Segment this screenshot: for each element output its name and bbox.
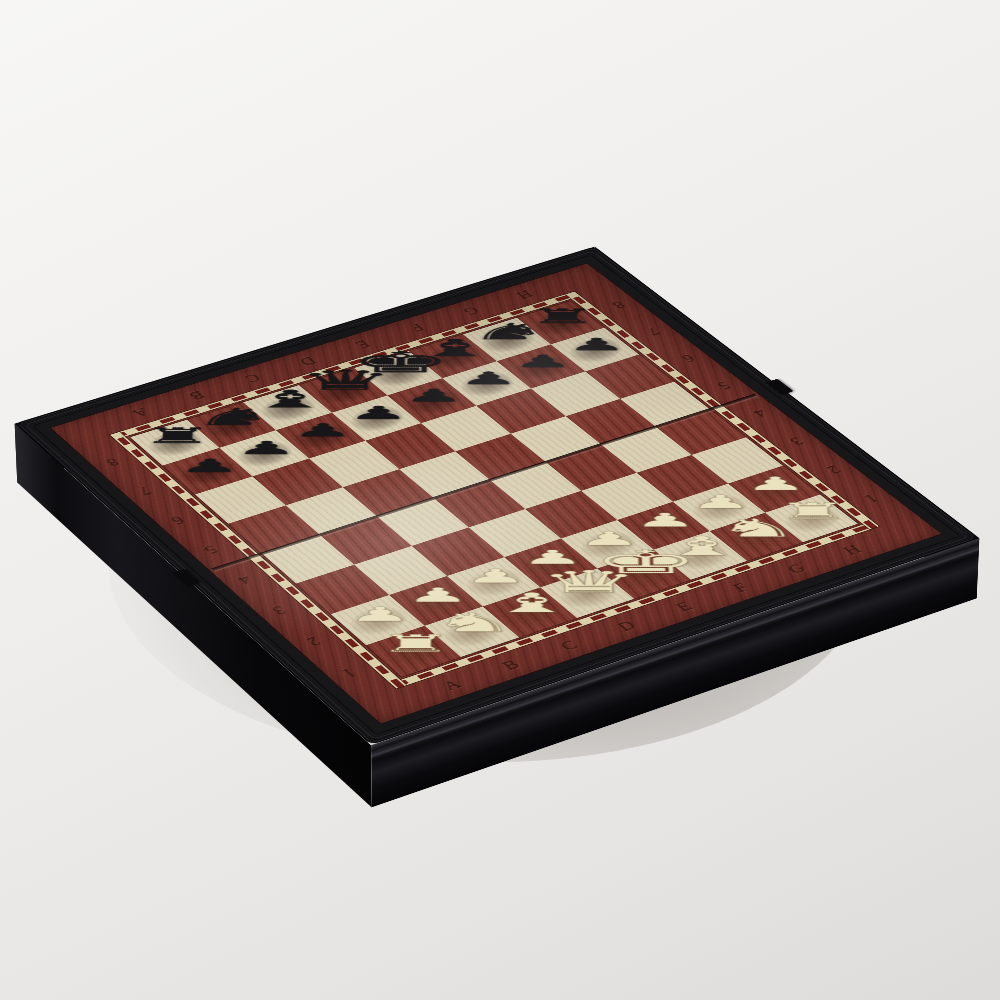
piece-white-king-e1: ♚ xyxy=(591,546,700,579)
square-a2: ♟ xyxy=(331,595,425,645)
piece-white-knight-b1: ♞ xyxy=(431,610,517,636)
square-b4 xyxy=(320,516,412,564)
piece-black-pawn-d7: ♟ xyxy=(347,404,409,422)
piece-contact-shadow xyxy=(435,613,512,652)
square-a6 xyxy=(195,476,286,523)
piece-black-pawn-c7: ♟ xyxy=(291,421,354,439)
piece-black-pawn-e7: ♟ xyxy=(403,386,465,404)
square-a1: ♜ xyxy=(366,626,461,677)
piece-black-pawn-b7: ♟ xyxy=(235,439,298,457)
piece-white-rook-a1: ♜ xyxy=(377,632,454,656)
piece-black-pawn-f7: ♟ xyxy=(458,369,519,387)
piece-white-queen-d1: ♛ xyxy=(538,566,640,597)
piece-contact-shadow xyxy=(664,538,739,575)
piece-contact-shadow xyxy=(550,575,626,613)
square-b5 xyxy=(286,487,377,535)
square-d3 xyxy=(469,509,561,557)
piece-contact-shadow xyxy=(493,594,569,633)
square-d4 xyxy=(434,480,525,527)
square-e3 xyxy=(525,491,617,539)
piece-black-rook-a8: ♜ xyxy=(140,425,214,446)
piece-contact-shadow xyxy=(775,501,850,538)
square-b1: ♞ xyxy=(425,606,519,657)
square-a4 xyxy=(262,535,354,584)
product-photo-background: ABCDEFGH ABCDEFGH 87654321 87654321 ♜♞♝♛… xyxy=(0,0,1000,1000)
square-b3 xyxy=(354,546,447,595)
piece-black-pawn-g7: ♟ xyxy=(512,352,573,369)
square-c1: ♝ xyxy=(483,587,577,637)
piece-white-pawn-b2: ♟ xyxy=(406,585,471,605)
piece-contact-shadow xyxy=(457,564,533,602)
square-f2: ♟ xyxy=(617,502,709,550)
piece-black-pawn-a7: ♟ xyxy=(178,456,242,474)
piece-contact-shadow xyxy=(376,633,453,672)
piece-black-pawn-h7: ♟ xyxy=(566,336,627,353)
square-f1: ♝ xyxy=(654,531,747,580)
piece-white-pawn-f2: ♟ xyxy=(633,511,697,530)
piece-white-pawn-h2: ♟ xyxy=(744,474,808,493)
square-d1: ♛ xyxy=(540,568,634,618)
square-g2: ♟ xyxy=(673,484,765,531)
piece-white-rook-h1: ♜ xyxy=(775,500,851,522)
piece-white-bishop-f1: ♝ xyxy=(658,533,747,559)
square-c4 xyxy=(377,498,469,546)
piece-contact-shadow xyxy=(607,556,683,594)
square-a3 xyxy=(296,565,389,614)
